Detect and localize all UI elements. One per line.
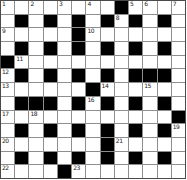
cell-r8c3-black (29, 97, 42, 110)
cell-r7c10[interactable] (129, 83, 142, 96)
cell-r1c5[interactable]: 3 (58, 1, 71, 14)
clue-number-21: 21 (116, 138, 123, 144)
cell-r10c10-black (129, 124, 142, 137)
cell-r1c4[interactable] (44, 1, 57, 14)
cell-r2c11[interactable] (143, 15, 156, 28)
cell-r3c10[interactable] (129, 28, 142, 41)
cell-r3c6-black (72, 28, 85, 41)
cell-r9c13-black (172, 111, 185, 124)
cell-r9c9[interactable] (115, 111, 128, 124)
cell-r11c12[interactable] (158, 138, 171, 151)
cell-r12c8-black (101, 152, 114, 165)
cell-r1c7[interactable]: 4 (86, 1, 99, 14)
cell-r1c13[interactable]: 7 (172, 1, 185, 14)
cell-r11c1[interactable]: 20 (1, 138, 14, 151)
clue-number-2: 2 (30, 1, 33, 7)
cell-r3c2[interactable] (15, 28, 28, 41)
cell-r5c13[interactable] (172, 56, 185, 69)
cell-r7c4[interactable] (44, 83, 57, 96)
cell-r12c13[interactable] (172, 152, 185, 165)
cell-r6c6-black (72, 69, 85, 82)
cell-r10c12-black (158, 124, 171, 137)
cell-r5c4[interactable] (44, 56, 57, 69)
cell-r1c1[interactable]: 1 (1, 1, 14, 14)
clue-number-4: 4 (87, 1, 90, 7)
cell-r4c13[interactable] (172, 42, 185, 55)
cell-r9c4[interactable] (44, 111, 57, 124)
cell-r9c2[interactable] (15, 111, 28, 124)
cell-r2c1[interactable] (1, 15, 14, 28)
cell-r11c10[interactable] (129, 138, 142, 151)
cell-r11c9[interactable]: 21 (115, 138, 128, 151)
cell-r13c13[interactable] (172, 165, 185, 178)
cell-r6c11-black (143, 69, 156, 82)
cell-r1c2[interactable] (15, 1, 28, 14)
cell-r2c3[interactable] (29, 15, 42, 28)
cell-r6c9[interactable] (115, 69, 128, 82)
cell-r5c6[interactable] (72, 56, 85, 69)
cell-r1c8[interactable] (101, 1, 114, 14)
cell-r2c8-black (101, 15, 114, 28)
cell-r13c10[interactable] (129, 165, 142, 178)
cell-r9c5[interactable] (58, 111, 71, 124)
cell-r7c12[interactable] (158, 83, 171, 96)
cell-r9c11[interactable] (143, 111, 156, 124)
cell-r13c8[interactable] (101, 165, 114, 178)
cell-r10c7[interactable] (86, 124, 99, 137)
cell-r4c3[interactable] (29, 42, 42, 55)
cell-r7c7-black (86, 83, 99, 96)
clue-number-7: 7 (173, 1, 176, 7)
cell-r6c3[interactable] (29, 69, 42, 82)
cell-r9c12[interactable] (158, 111, 171, 124)
cell-r13c6[interactable]: 23 (72, 165, 85, 178)
cell-r6c7[interactable] (86, 69, 99, 82)
cell-r4c1[interactable] (1, 42, 14, 55)
cell-r11c3[interactable] (29, 138, 42, 151)
cell-r13c9[interactable] (115, 165, 128, 178)
cell-r7c9[interactable] (115, 83, 128, 96)
clue-number-14: 14 (102, 83, 109, 89)
cell-r9c1[interactable]: 17 (1, 111, 14, 124)
cell-r3c8[interactable] (101, 28, 114, 41)
clue-number-16: 16 (87, 97, 94, 103)
clue-number-3: 3 (59, 1, 62, 7)
cell-r2c7[interactable] (86, 15, 99, 28)
cell-r10c5[interactable] (58, 124, 71, 137)
cell-r12c9[interactable] (115, 152, 128, 165)
cell-r4c2-black (15, 42, 28, 55)
cell-r9c3[interactable]: 18 (29, 111, 42, 124)
cell-r10c4-black (44, 124, 57, 137)
cell-r3c5[interactable] (58, 28, 71, 41)
cell-r12c2-black (15, 152, 28, 165)
cell-r6c1[interactable]: 12 (1, 69, 14, 82)
cell-r4c4-black (44, 42, 57, 55)
cell-r10c9[interactable] (115, 124, 128, 137)
cell-r8c4-black (44, 97, 57, 110)
cell-r10c13[interactable]: 19 (172, 124, 185, 137)
cell-r3c13[interactable] (172, 28, 185, 41)
cell-r2c13[interactable] (172, 15, 185, 28)
cell-r4c7[interactable] (86, 42, 99, 55)
cell-r13c2[interactable] (15, 165, 28, 178)
cell-r12c6-black (72, 152, 85, 165)
cell-r13c11[interactable] (143, 165, 156, 178)
cell-r5c5[interactable] (58, 56, 71, 69)
cell-r4c11[interactable] (143, 42, 156, 55)
clue-number-6: 6 (144, 1, 147, 7)
cell-r10c8-black (101, 124, 114, 137)
cell-r6c4-black (44, 69, 57, 82)
cell-r2c5[interactable] (58, 15, 71, 28)
clue-number-18: 18 (30, 111, 37, 117)
cell-r12c1[interactable] (1, 152, 14, 165)
cell-r8c13[interactable] (172, 97, 185, 110)
clue-number-10: 10 (87, 28, 94, 34)
cell-r1c6[interactable] (72, 1, 85, 14)
cell-r6c10-black (129, 69, 142, 82)
cell-r6c5[interactable] (58, 69, 71, 82)
cell-r7c3[interactable] (29, 83, 42, 96)
clue-number-12: 12 (2, 69, 9, 75)
cell-r13c12[interactable] (158, 165, 171, 178)
cell-r8c6-black (72, 97, 85, 110)
cell-r9c8[interactable] (101, 111, 114, 124)
cell-r5c2[interactable]: 11 (15, 56, 28, 69)
cell-r7c5[interactable] (58, 83, 71, 96)
cell-r2c12-black (158, 15, 171, 28)
cell-r6c13[interactable] (172, 69, 185, 82)
cell-r4c9[interactable] (115, 42, 128, 55)
cell-r8c9[interactable] (115, 97, 128, 110)
cell-r10c2-black (15, 124, 28, 137)
cell-r11c6[interactable] (72, 138, 85, 151)
cell-r12c5[interactable] (58, 152, 71, 165)
cell-r11c13[interactable] (172, 138, 185, 151)
cell-r7c1[interactable]: 13 (1, 83, 14, 96)
cell-r2c4-black (44, 15, 57, 28)
cell-r13c3[interactable] (29, 165, 42, 178)
cell-r13c1[interactable]: 22 (1, 165, 14, 178)
cell-r3c7[interactable]: 10 (86, 28, 99, 41)
clue-number-1: 1 (2, 1, 5, 7)
cell-r3c11[interactable] (143, 28, 156, 41)
cell-r12c12-black (158, 152, 171, 165)
cell-r2c2-black (15, 15, 28, 28)
cell-r3c3[interactable] (29, 28, 42, 41)
cell-r12c7[interactable] (86, 152, 99, 165)
cell-r4c5[interactable] (58, 42, 71, 55)
cell-r13c7[interactable] (86, 165, 99, 178)
cell-r9c7[interactable] (86, 111, 99, 124)
cell-r8c7[interactable]: 16 (86, 97, 99, 110)
cell-r11c5[interactable] (58, 138, 71, 151)
cell-r3c9[interactable] (115, 28, 128, 41)
cell-r5c7[interactable] (86, 56, 99, 69)
cell-r8c8-black (101, 97, 114, 110)
cell-r8c1[interactable] (1, 97, 14, 110)
cell-r11c4[interactable] (44, 138, 57, 151)
cell-r11c8-black (101, 138, 114, 151)
cell-r4c6-black (72, 42, 85, 55)
clue-number-8: 8 (116, 15, 119, 21)
cell-r10c6-black (72, 124, 85, 137)
cell-r4c8-black (101, 42, 114, 55)
cell-r5c11[interactable] (143, 56, 156, 69)
cell-r7c11[interactable]: 15 (143, 83, 156, 96)
clue-number-23: 23 (73, 165, 80, 171)
clue-number-5: 5 (130, 1, 133, 7)
cell-r1c11[interactable]: 6 (143, 1, 156, 14)
cell-r1c10[interactable]: 5 (129, 1, 142, 14)
cell-r6c8-black (101, 69, 114, 82)
cell-r8c5[interactable] (58, 97, 71, 110)
cell-r8c10-black (129, 97, 142, 110)
cell-r2c6-black (72, 15, 85, 28)
cell-r4c10-black (129, 42, 142, 55)
clue-number-9: 9 (2, 28, 5, 34)
cell-r5c8[interactable] (101, 56, 114, 69)
cell-r11c2[interactable] (15, 138, 28, 151)
clue-number-13: 13 (2, 83, 9, 89)
cell-r12c4-black (44, 152, 57, 165)
cell-r6c12-black (158, 69, 171, 82)
cell-r12c10-black (129, 152, 142, 165)
clue-number-15: 15 (144, 83, 151, 89)
cell-r5c9[interactable] (115, 56, 128, 69)
cell-r8c2-black (15, 97, 28, 110)
cell-r2c9[interactable]: 8 (115, 15, 128, 28)
cell-r1c12[interactable] (158, 1, 171, 14)
cell-r3c1[interactable]: 9 (1, 28, 14, 41)
cell-r5c1-black (1, 56, 14, 69)
cell-r11c7[interactable] (86, 138, 99, 151)
cell-r5c12[interactable] (158, 56, 171, 69)
cell-r5c10[interactable] (129, 56, 142, 69)
crossword-grid: 1234567891011121314151617181920212223 (0, 0, 186, 179)
cell-r6c2-black (15, 69, 28, 82)
cell-r1c3[interactable]: 2 (29, 1, 42, 14)
cell-r5c3[interactable] (29, 56, 42, 69)
cell-r7c13[interactable] (172, 83, 185, 96)
clue-number-22: 22 (2, 165, 9, 171)
cell-r13c4[interactable] (44, 165, 57, 178)
cell-r7c8[interactable]: 14 (101, 83, 114, 96)
cell-r10c1[interactable] (1, 124, 14, 137)
cell-r8c12-black (158, 97, 171, 110)
cell-r3c12[interactable] (158, 28, 171, 41)
clue-number-19: 19 (173, 124, 180, 130)
cell-r12c11[interactable] (143, 152, 156, 165)
cell-r10c3[interactable] (29, 124, 42, 137)
clue-number-17: 17 (2, 111, 9, 117)
cell-r7c2[interactable] (15, 83, 28, 96)
cell-r11c11[interactable] (143, 138, 156, 151)
cell-r8c11[interactable] (143, 97, 156, 110)
clue-number-11: 11 (16, 56, 23, 62)
cell-r2c10-black (129, 15, 142, 28)
cell-r7c6[interactable] (72, 83, 85, 96)
cell-r1c9-black (115, 1, 128, 14)
clue-number-20: 20 (2, 138, 9, 144)
cell-r3c4[interactable] (44, 28, 57, 41)
cell-r13c5-black (58, 165, 71, 178)
cell-r10c11[interactable] (143, 124, 156, 137)
cell-r4c12-black (158, 42, 171, 55)
cell-r12c3[interactable] (29, 152, 42, 165)
cell-r9c10[interactable] (129, 111, 142, 124)
cell-r9c6[interactable] (72, 111, 85, 124)
